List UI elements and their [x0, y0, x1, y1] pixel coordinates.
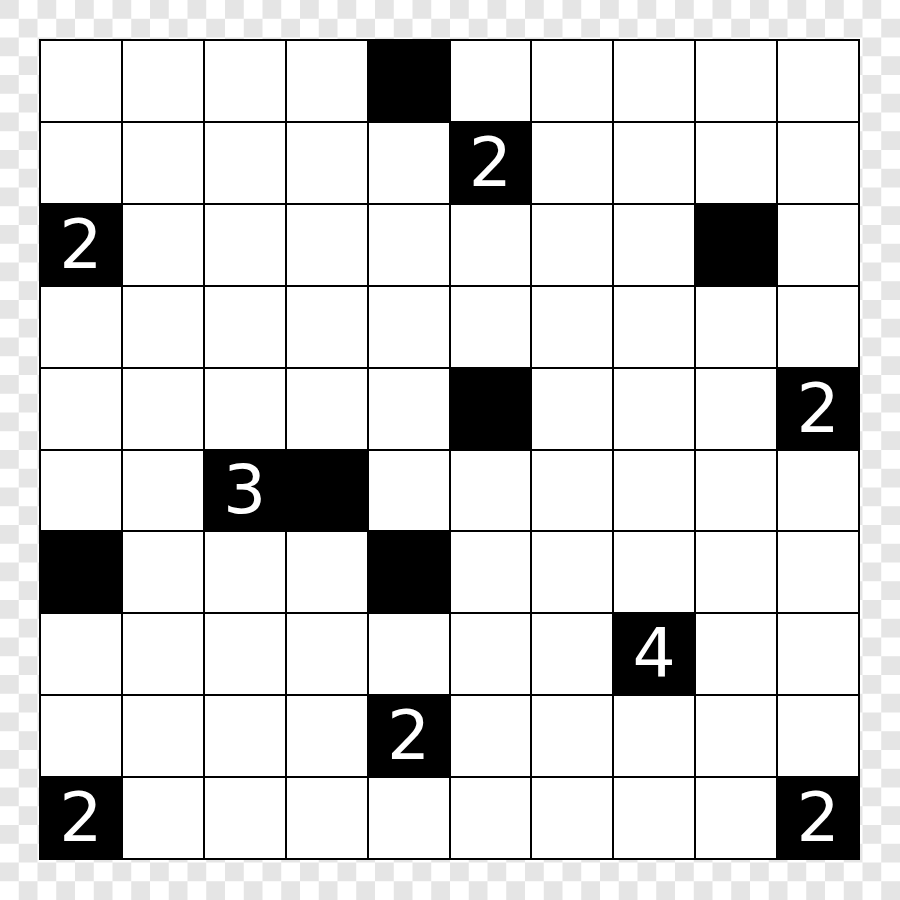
cell-r6c1[interactable]: [41, 451, 121, 531]
cell-r3c1[interactable]: 2: [41, 205, 121, 285]
cell-r4c6[interactable]: [451, 287, 531, 367]
cell-r2c7[interactable]: [532, 123, 612, 203]
cell-r2c8[interactable]: [614, 123, 694, 203]
cell-r6c4[interactable]: [287, 451, 367, 531]
cell-r5c4[interactable]: [287, 369, 367, 449]
cell-r2c9[interactable]: [696, 123, 776, 203]
cell-r7c9[interactable]: [696, 532, 776, 612]
cell-r1c4[interactable]: [287, 41, 367, 121]
cell-r9c7[interactable]: [532, 696, 612, 776]
cell-r5c6[interactable]: [451, 369, 531, 449]
cell-r4c5[interactable]: [369, 287, 449, 367]
cell-r8c1[interactable]: [41, 614, 121, 694]
cell-r5c8[interactable]: [614, 369, 694, 449]
clue-number: 2: [387, 702, 430, 770]
cell-r1c7[interactable]: [532, 41, 612, 121]
cell-r6c5[interactable]: [369, 451, 449, 531]
cell-r3c8[interactable]: [614, 205, 694, 285]
cell-r2c5[interactable]: [369, 123, 449, 203]
clue-number: 2: [796, 375, 839, 443]
cell-r3c2[interactable]: [123, 205, 203, 285]
clue-number: 3: [223, 456, 266, 524]
cell-r6c6[interactable]: [451, 451, 531, 531]
cell-r7c5[interactable]: [369, 532, 449, 612]
cell-r5c1[interactable]: [41, 369, 121, 449]
cell-r5c2[interactable]: [123, 369, 203, 449]
cell-r3c3[interactable]: [205, 205, 285, 285]
cell-r8c5[interactable]: [369, 614, 449, 694]
cell-r1c10[interactable]: [778, 41, 858, 121]
clue-number: 2: [59, 784, 102, 852]
cell-r8c6[interactable]: [451, 614, 531, 694]
cell-r1c2[interactable]: [123, 41, 203, 121]
cell-r6c2[interactable]: [123, 451, 203, 531]
cell-r3c9[interactable]: [696, 205, 776, 285]
cell-r10c6[interactable]: [451, 778, 531, 858]
cell-r3c6[interactable]: [451, 205, 531, 285]
cell-r1c9[interactable]: [696, 41, 776, 121]
cell-r7c10[interactable]: [778, 532, 858, 612]
cell-r10c8[interactable]: [614, 778, 694, 858]
cell-r8c2[interactable]: [123, 614, 203, 694]
cell-r9c10[interactable]: [778, 696, 858, 776]
cell-r5c5[interactable]: [369, 369, 449, 449]
cell-r10c7[interactable]: [532, 778, 612, 858]
clue-number: 2: [59, 211, 102, 279]
cell-r2c10[interactable]: [778, 123, 858, 203]
cell-r9c8[interactable]: [614, 696, 694, 776]
cell-r8c9[interactable]: [696, 614, 776, 694]
cell-r10c10[interactable]: 2: [778, 778, 858, 858]
cell-r7c7[interactable]: [532, 532, 612, 612]
cell-r7c6[interactable]: [451, 532, 531, 612]
cell-r3c10[interactable]: [778, 205, 858, 285]
cell-r1c1[interactable]: [41, 41, 121, 121]
cell-r6c9[interactable]: [696, 451, 776, 531]
cell-r10c5[interactable]: [369, 778, 449, 858]
cell-r4c1[interactable]: [41, 287, 121, 367]
cell-r2c3[interactable]: [205, 123, 285, 203]
cell-r6c3[interactable]: 3: [205, 451, 285, 531]
cell-r7c2[interactable]: [123, 532, 203, 612]
cell-r10c9[interactable]: [696, 778, 776, 858]
cell-r5c3[interactable]: [205, 369, 285, 449]
cell-r3c4[interactable]: [287, 205, 367, 285]
cell-r5c9[interactable]: [696, 369, 776, 449]
cell-r2c6[interactable]: 2: [451, 123, 531, 203]
cell-r2c2[interactable]: [123, 123, 203, 203]
cell-r2c1[interactable]: [41, 123, 121, 203]
cell-r1c5[interactable]: [369, 41, 449, 121]
cell-r4c7[interactable]: [532, 287, 612, 367]
cell-r9c5[interactable]: 2: [369, 696, 449, 776]
clue-number: 4: [633, 620, 676, 688]
cell-r10c3[interactable]: [205, 778, 285, 858]
cell-r4c9[interactable]: [696, 287, 776, 367]
cell-r6c10[interactable]: [778, 451, 858, 531]
cell-r9c4[interactable]: [287, 696, 367, 776]
transparent-checkerboard-background: 22234222: [0, 0, 900, 900]
cell-r9c6[interactable]: [451, 696, 531, 776]
cell-r1c3[interactable]: [205, 41, 285, 121]
akari-puzzle-grid: 22234222: [39, 39, 860, 860]
cell-r4c10[interactable]: [778, 287, 858, 367]
cell-r5c7[interactable]: [532, 369, 612, 449]
cell-r7c4[interactable]: [287, 532, 367, 612]
cell-r5c10[interactable]: 2: [778, 369, 858, 449]
cell-r4c3[interactable]: [205, 287, 285, 367]
cell-r2c4[interactable]: [287, 123, 367, 203]
cell-r4c8[interactable]: [614, 287, 694, 367]
cell-r8c3[interactable]: [205, 614, 285, 694]
cell-r3c7[interactable]: [532, 205, 612, 285]
clue-number: 2: [469, 129, 512, 197]
cell-r1c8[interactable]: [614, 41, 694, 121]
cell-r1c6[interactable]: [451, 41, 531, 121]
clue-number: 2: [796, 784, 839, 852]
cell-r9c9[interactable]: [696, 696, 776, 776]
cell-r6c8[interactable]: [614, 451, 694, 531]
cell-r4c2[interactable]: [123, 287, 203, 367]
cell-r8c7[interactable]: [532, 614, 612, 694]
cell-r3c5[interactable]: [369, 205, 449, 285]
cell-r9c1[interactable]: [41, 696, 121, 776]
cell-r7c1[interactable]: [41, 532, 121, 612]
cell-r10c1[interactable]: 2: [41, 778, 121, 858]
cell-r7c3[interactable]: [205, 532, 285, 612]
cell-r7c8[interactable]: [614, 532, 694, 612]
cell-r9c3[interactable]: [205, 696, 285, 776]
cell-r10c4[interactable]: [287, 778, 367, 858]
cell-r8c8[interactable]: 4: [614, 614, 694, 694]
cell-r9c2[interactable]: [123, 696, 203, 776]
cell-r8c10[interactable]: [778, 614, 858, 694]
cell-r8c4[interactable]: [287, 614, 367, 694]
cell-r10c2[interactable]: [123, 778, 203, 858]
cell-r4c4[interactable]: [287, 287, 367, 367]
cell-r6c7[interactable]: [532, 451, 612, 531]
